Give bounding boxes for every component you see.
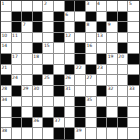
white-cell[interactable] [22,33,33,44]
white-cell[interactable]: 32 [107,86,118,97]
crossword-grid: 1234567891011121314151617181920212223242… [0,0,140,140]
white-cell[interactable] [22,65,33,76]
white-cell[interactable] [86,86,97,97]
white-cell[interactable] [33,33,44,44]
clue-number: 36 [33,118,39,123]
white-cell[interactable]: 7 [22,22,33,33]
white-cell[interactable]: 23 [97,65,108,76]
white-cell[interactable] [107,33,118,44]
white-cell[interactable] [65,107,76,118]
white-cell[interactable]: 15 [43,43,54,54]
clue-number: 26 [65,75,71,80]
white-cell[interactable]: 2 [43,1,54,12]
black-cell [118,118,129,129]
clue-number: 22 [76,65,82,70]
white-cell[interactable] [12,128,23,139]
white-cell[interactable] [128,65,139,76]
white-cell[interactable]: 33 [128,86,139,97]
clue-number: 34 [2,97,8,102]
black-cell [75,22,86,33]
white-cell[interactable] [22,107,33,118]
white-cell[interactable] [128,128,139,139]
white-cell[interactable] [107,1,118,12]
white-cell[interactable] [22,75,33,86]
white-cell[interactable] [54,97,65,108]
white-cell[interactable] [33,1,44,12]
white-cell[interactable]: 28 [1,86,12,97]
black-cell [118,107,129,118]
white-cell[interactable] [86,107,97,118]
clue-number: 27 [86,75,92,80]
black-cell [54,33,65,44]
clue-number: 21 [2,65,8,70]
white-cell[interactable] [86,54,97,65]
white-cell[interactable] [54,54,65,65]
clue-number: 25 [44,75,50,80]
white-cell[interactable] [118,33,129,44]
black-cell [118,43,129,54]
clue-number: 29 [23,86,29,91]
white-cell[interactable]: 11 [12,33,23,44]
white-cell[interactable]: 36 [33,118,44,129]
white-cell[interactable]: 31 [65,86,76,97]
clue-number: 38 [2,128,8,133]
clue-number: 32 [108,86,114,91]
white-cell[interactable]: 21 [1,65,12,76]
clue-number: 5 [129,1,132,6]
white-cell[interactable]: 9 [107,22,118,33]
white-cell[interactable] [97,75,108,86]
black-cell [118,12,129,23]
clue-number: 17 [12,54,18,59]
clue-number: 15 [44,43,50,48]
black-cell [128,54,139,65]
clue-number: 6 [65,12,68,17]
white-cell[interactable] [75,86,86,97]
black-cell [118,22,129,33]
clue-number: 9 [108,22,111,27]
white-cell[interactable] [118,1,129,12]
white-cell[interactable]: 19 [107,54,118,65]
clue-number: 30 [33,86,39,91]
black-cell [54,128,65,139]
black-cell [12,107,23,118]
clue-number: 20 [118,54,124,59]
clue-number: 1 [2,1,5,6]
black-cell [75,107,86,118]
white-cell[interactable] [43,54,54,65]
black-cell [97,22,108,33]
white-cell[interactable]: 30 [33,86,44,97]
white-cell[interactable]: 20 [118,54,129,65]
black-cell [75,43,86,54]
white-cell[interactable] [12,97,23,108]
white-cell[interactable]: 12 [65,33,76,44]
white-cell[interactable] [97,128,108,139]
white-cell[interactable] [65,22,76,33]
white-cell[interactable] [43,12,54,23]
black-cell [54,86,65,97]
white-cell[interactable] [1,118,12,129]
white-cell[interactable] [128,43,139,54]
white-cell[interactable] [12,1,23,12]
white-cell[interactable]: 5 [128,1,139,12]
white-cell[interactable]: 18 [33,54,44,65]
clue-number: 39 [76,128,82,133]
clue-number: 12 [65,33,71,38]
black-cell [107,118,118,129]
white-cell[interactable] [107,107,118,118]
white-cell[interactable]: 35 [86,97,97,108]
white-cell[interactable]: 37 [54,118,65,129]
black-cell [54,22,65,33]
black-cell [33,107,44,118]
white-cell[interactable]: 24 [12,75,23,86]
clue-number: 37 [55,118,61,123]
white-cell[interactable] [1,12,12,23]
white-cell[interactable] [43,22,54,33]
white-cell[interactable]: 13 [97,33,108,44]
white-cell[interactable] [128,97,139,108]
white-cell[interactable]: 16 [86,43,97,54]
white-cell[interactable]: 6 [65,12,76,23]
clue-number: 24 [12,75,18,80]
white-cell[interactable] [65,118,76,129]
black-cell [86,65,97,76]
page-background: 1234567891011121314151617181920212223242… [0,0,140,140]
white-cell[interactable]: 8 [86,22,97,33]
white-cell[interactable] [128,118,139,129]
black-cell [97,54,108,65]
clue-number: 13 [97,33,103,38]
white-cell[interactable] [65,43,76,54]
white-cell[interactable] [128,33,139,44]
black-cell [22,12,33,23]
white-cell[interactable] [107,65,118,76]
clue-number: 35 [86,97,92,102]
black-cell [86,12,97,23]
white-cell[interactable]: 25 [43,75,54,86]
black-cell [1,54,12,65]
white-cell[interactable] [22,128,33,139]
white-cell[interactable] [118,97,129,108]
white-cell[interactable]: 39 [75,128,86,139]
white-cell[interactable] [128,12,139,23]
black-cell [33,22,44,33]
black-cell [54,12,65,23]
white-cell[interactable] [43,128,54,139]
white-cell[interactable] [33,97,44,108]
white-cell[interactable] [22,54,33,65]
white-cell[interactable] [12,65,23,76]
black-cell [33,75,44,86]
white-cell[interactable] [118,128,129,139]
white-cell[interactable] [86,33,97,44]
white-cell[interactable] [1,107,12,118]
black-cell [97,107,108,118]
black-cell [65,1,76,12]
white-cell[interactable] [107,75,118,86]
black-cell [65,65,76,76]
black-cell [12,22,23,33]
black-cell [12,86,23,97]
black-cell [22,118,33,129]
clue-number: 11 [12,33,18,38]
clue-number: 33 [129,86,135,91]
white-cell[interactable] [128,107,139,118]
white-cell[interactable] [54,43,65,54]
black-cell [54,107,65,118]
white-cell[interactable] [107,128,118,139]
clue-number: 14 [2,43,8,48]
white-cell[interactable] [86,118,97,129]
clue-number: 7 [23,22,26,27]
white-cell[interactable] [86,128,97,139]
white-cell[interactable]: 22 [75,65,86,76]
white-cell[interactable]: 34 [1,97,12,108]
white-cell[interactable] [97,12,108,23]
white-cell[interactable] [22,97,33,108]
white-cell[interactable] [118,65,129,76]
white-cell[interactable] [65,97,76,108]
white-cell[interactable] [128,22,139,33]
white-cell[interactable]: 17 [12,54,23,65]
white-cell[interactable] [1,22,12,33]
black-cell [75,97,86,108]
white-cell[interactable]: 3 [86,1,97,12]
white-cell[interactable]: 27 [86,75,97,86]
white-cell[interactable]: 1 [1,1,12,12]
white-cell[interactable] [65,54,76,65]
white-cell[interactable] [43,97,54,108]
white-cell[interactable] [43,33,54,44]
black-cell [33,12,44,23]
black-cell [43,118,54,129]
clue-number: 4 [97,1,100,6]
clue-number: 8 [86,22,89,27]
white-cell[interactable]: 10 [1,33,12,44]
black-cell [97,118,108,129]
white-cell[interactable]: 38 [1,128,12,139]
white-cell[interactable] [107,43,118,54]
black-cell [54,75,65,86]
white-cell[interactable] [43,107,54,118]
white-cell[interactable] [33,128,44,139]
white-cell[interactable] [33,65,44,76]
black-cell [75,54,86,65]
white-cell[interactable]: 4 [97,1,108,12]
white-cell[interactable] [75,12,86,23]
black-cell [107,12,118,23]
clue-number: 19 [108,54,114,59]
clue-number: 10 [2,33,8,38]
white-cell[interactable] [97,43,108,54]
black-cell [1,75,12,86]
white-cell[interactable]: 26 [65,75,76,86]
white-cell[interactable] [75,75,86,86]
white-cell[interactable] [22,1,33,12]
black-cell [12,12,23,23]
black-cell [33,43,44,54]
white-cell[interactable] [22,43,33,54]
clue-number: 23 [97,65,103,70]
clue-number: 31 [65,86,71,91]
white-cell[interactable] [43,86,54,97]
white-cell[interactable] [54,65,65,76]
clue-number: 2 [44,1,47,6]
white-cell[interactable]: 29 [22,86,33,97]
white-cell[interactable] [118,86,129,97]
white-cell[interactable] [107,97,118,108]
black-cell [43,65,54,76]
black-cell [97,86,108,97]
black-cell [75,118,86,129]
clue-number: 16 [86,43,92,48]
clue-number: 28 [2,86,8,91]
clue-number: 18 [33,54,39,59]
white-cell[interactable] [12,43,23,54]
black-cell [12,118,23,129]
white-cell[interactable] [97,97,108,108]
white-cell[interactable] [118,75,129,86]
white-cell[interactable] [54,1,65,12]
clue-number: 3 [86,1,89,6]
white-cell[interactable] [75,33,86,44]
black-cell [75,1,86,12]
black-cell [128,75,139,86]
black-cell [65,128,76,139]
white-cell[interactable]: 14 [1,43,12,54]
